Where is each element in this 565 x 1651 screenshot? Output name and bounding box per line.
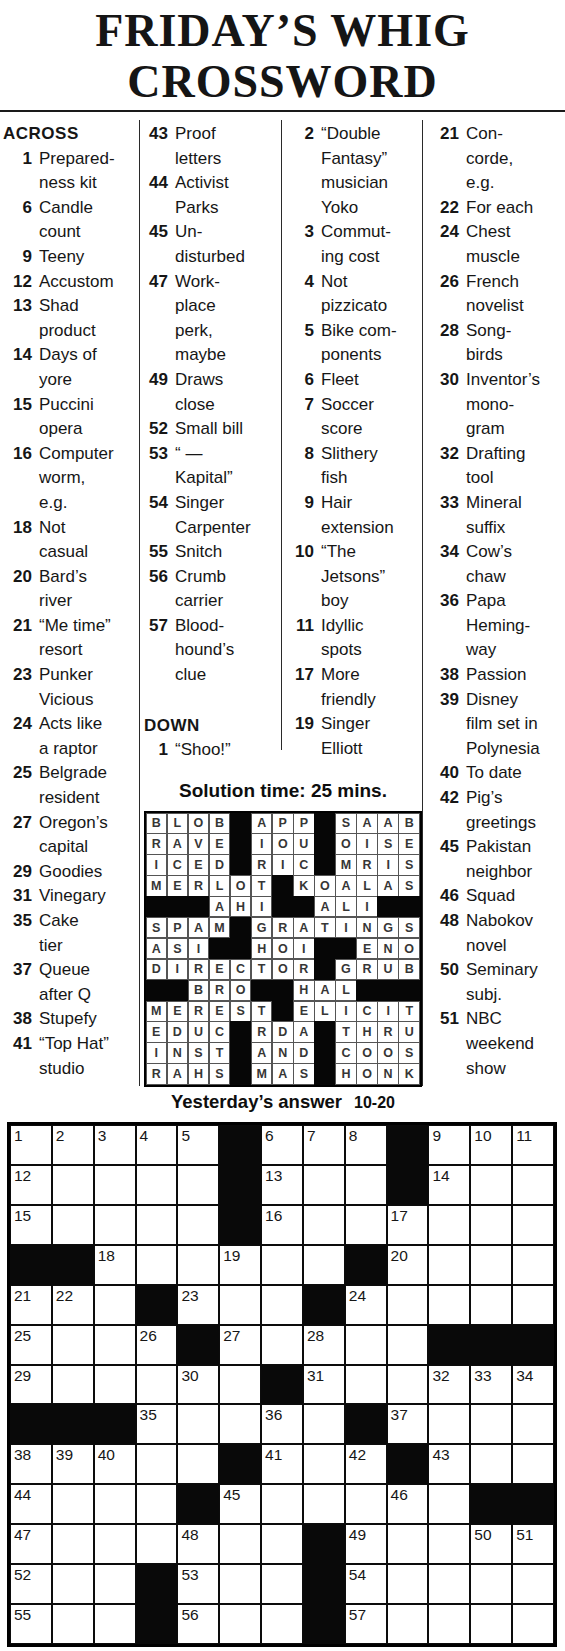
puzzle-cell-r12c2[interactable] [52, 1564, 94, 1604]
solution-cell: S [167, 938, 189, 959]
puzzle-cell-r2c2[interactable] [52, 1165, 94, 1205]
puzzle-cell-r7c10[interactable] [387, 1365, 429, 1405]
cell-number: 10 [474, 1126, 491, 1145]
cell-number: 16 [265, 1206, 282, 1225]
solution-cell-black [209, 938, 231, 959]
solution-cell: C [335, 1042, 357, 1063]
clue-26: 26Frenchnovelist [427, 270, 561, 319]
clue-57: 57Blood-hound’sclue [144, 614, 277, 688]
solution-cell: A [251, 1042, 273, 1063]
solution-cell-black [293, 896, 315, 917]
clue-50: 50Seminarysubj. [427, 958, 561, 1007]
solution-cell: E [188, 854, 210, 875]
solution-cell: O [314, 875, 336, 896]
solution-cell: A [167, 1063, 189, 1084]
cell-number: 12 [14, 1166, 31, 1185]
clue-text: Belgraderesident [39, 761, 137, 810]
clue-text: Accustom [39, 270, 137, 295]
clue-34: 34Cow’schaw [427, 540, 561, 589]
puzzle-cell-black [303, 1285, 345, 1325]
puzzle-cell-r6c4[interactable]: 26 [136, 1325, 178, 1365]
solution-cell-black [230, 854, 252, 875]
puzzle-cell-r5c11[interactable] [428, 1285, 470, 1325]
clue-text: Work-placeperk,maybe [175, 270, 277, 368]
clue-text: “Me time”resort [39, 614, 137, 663]
puzzle-cell-r6c1[interactable]: 25 [10, 1325, 52, 1365]
puzzle-cell-r2c11[interactable]: 14 [428, 1165, 470, 1205]
clue-text: Snitch [175, 540, 277, 565]
puzzle-cell-r7c5[interactable]: 30 [177, 1365, 219, 1405]
cell-number: 15 [14, 1206, 31, 1225]
puzzle-cell-r6c10[interactable] [387, 1325, 429, 1365]
solution-cell: H [335, 1063, 357, 1084]
puzzle-cell-r9c2[interactable]: 39 [52, 1444, 94, 1484]
puzzle-cell-r5c6[interactable] [219, 1285, 261, 1325]
clue-text: Hairextension [321, 491, 418, 540]
puzzle-cell-r2c13[interactable] [512, 1165, 554, 1205]
solution-cell: T [251, 959, 273, 980]
puzzle-cell-r12c5[interactable]: 53 [177, 1564, 219, 1604]
cell-number: 35 [140, 1405, 157, 1424]
puzzle-cell-r3c8[interactable] [303, 1205, 345, 1245]
puzzle-cell-r4c6[interactable]: 19 [219, 1245, 261, 1285]
solution-cell: N [356, 917, 378, 938]
solution-cell: I [251, 833, 273, 854]
puzzle-cell-r11c9[interactable]: 49 [345, 1524, 387, 1564]
puzzle-cell-r11c3[interactable] [94, 1524, 136, 1564]
puzzle-cell-r11c1[interactable]: 47 [10, 1524, 52, 1564]
solution-cell-black [230, 938, 252, 959]
puzzle-cell-r7c6[interactable] [219, 1365, 261, 1405]
puzzle-cell-r10c8[interactable] [303, 1484, 345, 1524]
solution-cell-black [230, 1021, 252, 1042]
solution-cell: T [251, 1001, 273, 1022]
solution-cell: H [356, 1021, 378, 1042]
clue-text: Prepared-ness kit [39, 147, 137, 196]
solution-cell: T [209, 1042, 231, 1063]
puzzle-cell-r10c3[interactable] [94, 1484, 136, 1524]
solution-cell: L [356, 875, 378, 896]
clue-36: 36PapaHeming-way [427, 589, 561, 663]
solution-cell: H [293, 980, 315, 1001]
solution-cell: O [272, 938, 294, 959]
puzzle-cell-r9c9[interactable]: 42 [345, 1444, 387, 1484]
solution-cell: E [209, 833, 231, 854]
solution-cell: M [209, 917, 231, 938]
clue-number: 6 [3, 196, 32, 245]
puzzle-cell-black [387, 1165, 429, 1205]
puzzle-cell-r8c10[interactable]: 37 [387, 1404, 429, 1444]
puzzle-cell-r8c13[interactable] [512, 1404, 554, 1444]
solution-date: 10-20 [354, 1094, 395, 1111]
solution-cell-black [230, 1042, 252, 1063]
puzzle-cell-r13c12[interactable] [470, 1604, 512, 1644]
puzzle-cell-r10c9[interactable] [345, 1484, 387, 1524]
puzzle-cell-r9c3[interactable]: 40 [94, 1444, 136, 1484]
puzzle-cell-r11c2[interactable] [52, 1524, 94, 1564]
puzzle-cell-r7c2[interactable] [52, 1365, 94, 1405]
solution-cell: I [251, 896, 273, 917]
puzzle-cell-r7c9[interactable] [345, 1365, 387, 1405]
solution-cell: S [398, 917, 420, 938]
puzzle-cell-r5c10[interactable] [387, 1285, 429, 1325]
puzzle-cell-r1c11[interactable]: 9 [428, 1125, 470, 1165]
solution-cell: G [335, 959, 357, 980]
puzzle-cell-r11c11[interactable] [428, 1524, 470, 1564]
solution-cell: I [167, 959, 189, 980]
puzzle-cell-r7c4[interactable] [136, 1365, 178, 1405]
solution-cell: G [377, 917, 399, 938]
puzzle-cell-black [428, 1325, 470, 1365]
puzzle-cell-r4c10[interactable]: 20 [387, 1245, 429, 1285]
clue-number: 15 [3, 393, 32, 442]
solution-cell: C [209, 1021, 231, 1042]
clue-number: 16 [3, 442, 32, 516]
solution-cell: A [335, 875, 357, 896]
clue-41: 41“Top Hat”studio [3, 1032, 137, 1081]
puzzle-cell-r12c12[interactable] [470, 1564, 512, 1604]
puzzle-cell-r1c7[interactable]: 6 [261, 1125, 303, 1165]
clue-number: 34 [427, 540, 459, 589]
puzzle-cell-r7c12[interactable]: 33 [470, 1365, 512, 1405]
puzzle-cell-r5c9[interactable]: 24 [345, 1285, 387, 1325]
clue-text: Inventor’smono-gram [466, 368, 561, 442]
solution-cell: T [335, 1021, 357, 1042]
puzzle-cell-black [136, 1285, 178, 1325]
puzzle-cell-black [387, 1125, 429, 1165]
solution-cell: E [146, 1021, 168, 1042]
cell-number: 26 [140, 1326, 157, 1345]
solution-cell-black [314, 813, 336, 834]
puzzle-cell-r9c7[interactable]: 41 [261, 1444, 303, 1484]
clue-30: 30Inventor’smono-gram [427, 368, 561, 442]
clue-text: SingerElliott [321, 712, 418, 761]
clue-number: 32 [427, 442, 459, 491]
solution-cell: O [356, 1063, 378, 1084]
puzzle-cell-r4c8[interactable] [303, 1245, 345, 1285]
clue-text: Bard’sriver [39, 565, 137, 614]
puzzle-cell-r1c9[interactable]: 8 [345, 1125, 387, 1165]
puzzle-cell-r3c1[interactable]: 15 [10, 1205, 52, 1245]
puzzle-cell-r1c8[interactable]: 7 [303, 1125, 345, 1165]
puzzle-cell-r4c11[interactable] [428, 1245, 470, 1285]
clue-text: For each [466, 196, 561, 221]
clue-number: 37 [3, 958, 32, 1007]
solution-cell: S [398, 854, 420, 875]
clue-text: Pakistanneighbor [466, 835, 561, 884]
puzzle-cell-r1c13[interactable]: 11 [512, 1125, 554, 1165]
puzzle-cell-r1c5[interactable]: 5 [177, 1125, 219, 1165]
puzzle-cell-r9c13[interactable] [512, 1444, 554, 1484]
solution-cell: O [230, 980, 252, 1001]
solution-cell: L [209, 875, 231, 896]
puzzle-cell-r7c1[interactable]: 29 [10, 1365, 52, 1405]
solution-cell: D [272, 1021, 294, 1042]
solution-cell: A [146, 938, 168, 959]
puzzle-cell-r12c11[interactable] [428, 1564, 470, 1604]
puzzle-cell-r10c6[interactable]: 45 [219, 1484, 261, 1524]
puzzle-cell-r10c4[interactable] [136, 1484, 178, 1524]
puzzle-cell-r13c9[interactable]: 57 [345, 1604, 387, 1644]
clue-text: Passion [466, 663, 561, 688]
puzzle-cell-r9c11[interactable]: 43 [428, 1444, 470, 1484]
cell-number: 38 [14, 1445, 31, 1464]
puzzle-cell-r8c12[interactable] [470, 1404, 512, 1444]
solution-cell: O [272, 833, 294, 854]
puzzle-cell-r12c10[interactable] [387, 1564, 429, 1604]
puzzle-cell-r10c10[interactable]: 46 [387, 1484, 429, 1524]
puzzle-cell-r2c8[interactable] [303, 1165, 345, 1205]
column-rule-1 [139, 120, 140, 1086]
puzzle-cell-r12c13[interactable] [512, 1564, 554, 1604]
puzzle-cell-r8c11[interactable] [428, 1404, 470, 1444]
cell-number: 46 [391, 1485, 408, 1504]
puzzle-cell-r1c12[interactable]: 10 [470, 1125, 512, 1165]
solution-cell: R [146, 1063, 168, 1084]
solution-cell: I [356, 896, 378, 917]
puzzle-cell-r5c5[interactable]: 23 [177, 1285, 219, 1325]
solution-cell: I [146, 854, 168, 875]
solution-cell-black [398, 896, 420, 917]
puzzle-cell-r3c13[interactable] [512, 1205, 554, 1245]
puzzle-cell-r13c3[interactable] [94, 1604, 136, 1644]
puzzle-cell-r8c6[interactable] [219, 1404, 261, 1444]
clue-number: 12 [3, 270, 32, 295]
clue-text: Seminarysubj. [466, 958, 561, 1007]
clue-text: SingerCarpenter [175, 491, 277, 540]
puzzle-cell-r2c7[interactable]: 13 [261, 1165, 303, 1205]
puzzle-cell-r1c4[interactable]: 4 [136, 1125, 178, 1165]
clue-number: 31 [3, 884, 32, 909]
clue-text: Candlecount [39, 196, 137, 245]
solution-cell: A [272, 1063, 294, 1084]
puzzle-cell-r1c2[interactable]: 2 [52, 1125, 94, 1165]
cell-number: 41 [265, 1445, 282, 1464]
puzzle-cell-r5c2[interactable]: 22 [52, 1285, 94, 1325]
solution-cell: C [293, 854, 315, 875]
puzzle-cell-black [136, 1564, 178, 1604]
puzzle-cell-r13c7[interactable] [261, 1604, 303, 1644]
puzzle-cell-r9c12[interactable] [470, 1444, 512, 1484]
puzzle-cell-r7c3[interactable] [94, 1365, 136, 1405]
clue-text: Notpizzicato [321, 270, 418, 319]
solution-cell: R [146, 833, 168, 854]
cell-number: 9 [432, 1126, 441, 1145]
clue-text: Bike com-ponents [321, 319, 418, 368]
puzzle-cell-black [219, 1444, 261, 1484]
puzzle-cell-r10c1[interactable]: 44 [10, 1484, 52, 1524]
puzzle-cell-r10c11[interactable] [428, 1484, 470, 1524]
column-rule-2 [281, 120, 282, 750]
puzzle-cell-r6c6[interactable]: 27 [219, 1325, 261, 1365]
puzzle-cell-r3c2[interactable] [52, 1205, 94, 1245]
clue-42: 42Pig’sgreetings [427, 786, 561, 835]
puzzle-cell-r5c7[interactable] [261, 1285, 303, 1325]
puzzle-cell-r3c7[interactable]: 16 [261, 1205, 303, 1245]
clue-13: 13Shadproduct [3, 294, 137, 343]
clue-32: 32Draftingtool [427, 442, 561, 491]
cell-number: 34 [516, 1366, 533, 1385]
solution-cell: P [293, 813, 315, 834]
clue-17: 17Morefriendly [286, 663, 418, 712]
solution-caption: Yesterday’s answer [171, 1091, 342, 1112]
puzzle-cell-r3c4[interactable] [136, 1205, 178, 1245]
puzzle-cell-r4c3[interactable]: 18 [94, 1245, 136, 1285]
clue-number: 7 [286, 393, 314, 442]
puzzle-cell-r6c2[interactable] [52, 1325, 94, 1365]
puzzle-cell-r4c12[interactable] [470, 1245, 512, 1285]
puzzle-cell-r7c11[interactable]: 32 [428, 1365, 470, 1405]
puzzle-cell-r2c5[interactable] [177, 1165, 219, 1205]
clue-number: 23 [3, 663, 32, 712]
puzzle-cell-r4c5[interactable] [177, 1245, 219, 1285]
clue-text: Proofletters [175, 122, 277, 171]
clue-number: 13 [3, 294, 32, 343]
puzzle-cell-r11c6[interactable] [219, 1524, 261, 1564]
solution-cell-black [272, 1001, 294, 1022]
puzzle-cell-r13c10[interactable] [387, 1604, 429, 1644]
solution-cell: O [230, 875, 252, 896]
puzzle-cell-r3c12[interactable] [470, 1205, 512, 1245]
solution-cell: E [167, 1001, 189, 1022]
puzzle-cell-r3c11[interactable] [428, 1205, 470, 1245]
solution-cell: K [293, 875, 315, 896]
clue-column-3: 2“DoubleFantasy”musicianYoko3Commut-ing … [286, 122, 418, 761]
puzzle-cell-r3c5[interactable] [177, 1205, 219, 1245]
clue-number: 45 [144, 220, 168, 269]
puzzle-cell-r11c12[interactable]: 50 [470, 1524, 512, 1564]
solution-cell: R [188, 875, 210, 896]
clue-number: 57 [144, 614, 168, 688]
solution-cell-black [251, 980, 273, 1001]
page-title: FRIDAY’S WHIG CROSSWORD [0, 5, 565, 107]
clue-29: 29Goodies [3, 860, 137, 885]
puzzle-cell-r8c4[interactable]: 35 [136, 1404, 178, 1444]
clue-text: Soccerscore [321, 393, 418, 442]
puzzle-cell-r8c5[interactable] [177, 1404, 219, 1444]
clue-23: 23PunkerVicious [3, 663, 137, 712]
solution-cell: A [293, 1021, 315, 1042]
cell-number: 56 [181, 1605, 198, 1624]
puzzle-cell-r1c1[interactable]: 1 [10, 1125, 52, 1165]
clue-number: 18 [3, 516, 32, 565]
puzzle-cell-r11c13[interactable]: 51 [512, 1524, 554, 1564]
puzzle-cell-r11c10[interactable] [387, 1524, 429, 1564]
clue-number: 14 [3, 343, 32, 392]
solution-cell: I [293, 938, 315, 959]
puzzle-cell-r4c4[interactable] [136, 1245, 178, 1285]
puzzle-cell-r6c8[interactable]: 28 [303, 1325, 345, 1365]
clue-number: 30 [427, 368, 459, 442]
puzzle-cell-r12c9[interactable]: 54 [345, 1564, 387, 1604]
puzzle-cell-r6c3[interactable] [94, 1325, 136, 1365]
clue-text: Small bill [175, 417, 277, 442]
puzzle-cell-r13c11[interactable] [428, 1604, 470, 1644]
puzzle-cell-r11c7[interactable] [261, 1524, 303, 1564]
solution-cell: N [377, 938, 399, 959]
solution-cell: R [272, 917, 294, 938]
puzzle-cell-r6c9[interactable] [345, 1325, 387, 1365]
puzzle-cell-r9c4[interactable] [136, 1444, 178, 1484]
puzzle-cell-r10c2[interactable] [52, 1484, 94, 1524]
puzzle-cell-r9c1[interactable]: 38 [10, 1444, 52, 1484]
puzzle-cell-r13c2[interactable] [52, 1604, 94, 1644]
clue-24: 24Acts likea raptor [3, 712, 137, 761]
clue-number: 56 [144, 565, 168, 614]
clue-6: 6Candlecount [3, 196, 137, 245]
puzzle-cell-r12c3[interactable] [94, 1564, 136, 1604]
puzzle-cell-r8c7[interactable]: 36 [261, 1404, 303, 1444]
puzzle-cell-r5c3[interactable] [94, 1285, 136, 1325]
puzzle-cell-r4c7[interactable] [261, 1245, 303, 1285]
puzzle-cell-r5c1[interactable]: 21 [10, 1285, 52, 1325]
cell-number: 47 [14, 1525, 31, 1544]
clue-text: Pig’sgreetings [466, 786, 561, 835]
puzzle-cell-r4c13[interactable] [512, 1245, 554, 1285]
puzzle-cell-r13c5[interactable]: 56 [177, 1604, 219, 1644]
solution-cell: C [167, 854, 189, 875]
solution-cell-black [230, 1063, 252, 1084]
clue-column-2: 43Proofletters44ActivistParks45Un-distur… [144, 122, 277, 763]
puzzle-cell-r12c7[interactable] [261, 1564, 303, 1604]
solution-cell: A [377, 875, 399, 896]
puzzle-cell-black [219, 1165, 261, 1205]
puzzle-cell-r2c3[interactable] [94, 1165, 136, 1205]
puzzle-cell-r12c1[interactable]: 52 [10, 1564, 52, 1604]
solution-cell: I [188, 938, 210, 959]
puzzle-cell-r10c7[interactable] [261, 1484, 303, 1524]
cell-number: 18 [98, 1246, 115, 1265]
clue-number: 33 [427, 491, 459, 540]
puzzle-cell-r2c9[interactable] [345, 1165, 387, 1205]
solution-cell: C [356, 1001, 378, 1022]
cell-number: 3 [98, 1126, 107, 1145]
puzzle-cell-r11c5[interactable]: 48 [177, 1524, 219, 1564]
puzzle-cell-r13c13[interactable] [512, 1604, 554, 1644]
puzzle-cell-r2c4[interactable] [136, 1165, 178, 1205]
puzzle-cell-r9c8[interactable] [303, 1444, 345, 1484]
puzzle-cell-r11c4[interactable] [136, 1524, 178, 1564]
clue-number: 46 [427, 884, 459, 909]
puzzle-cell-r3c9[interactable] [345, 1205, 387, 1245]
puzzle-cell-r2c1[interactable]: 12 [10, 1165, 52, 1205]
cell-number: 8 [349, 1126, 358, 1145]
cell-number: 48 [181, 1525, 198, 1544]
puzzle-cell-r2c12[interactable] [470, 1165, 512, 1205]
puzzle-cell-r7c8[interactable]: 31 [303, 1365, 345, 1405]
puzzle-cell-r13c6[interactable] [219, 1604, 261, 1644]
puzzle-cell-r3c3[interactable] [94, 1205, 136, 1245]
puzzle-cell-r8c8[interactable] [303, 1404, 345, 1444]
clue-text: Notcasual [39, 516, 137, 565]
puzzle-cell-r7c13[interactable]: 34 [512, 1365, 554, 1405]
clue-39: 39Disneyfilm set inPolynesia [427, 688, 561, 762]
puzzle-cell-r5c13[interactable] [512, 1285, 554, 1325]
puzzle-cell-r3c10[interactable]: 17 [387, 1205, 429, 1245]
puzzle-cell-black [10, 1404, 52, 1444]
puzzle-cell-r6c7[interactable] [261, 1325, 303, 1365]
puzzle-cell-r1c3[interactable]: 3 [94, 1125, 136, 1165]
solution-cell-black [167, 896, 189, 917]
puzzle-cell-r5c12[interactable] [470, 1285, 512, 1325]
puzzle-cell-r12c6[interactable] [219, 1564, 261, 1604]
clue-number: 43 [144, 122, 168, 171]
clue-text: PapaHeming-way [466, 589, 561, 663]
cell-number: 27 [223, 1326, 240, 1345]
puzzle-cell-r9c5[interactable] [177, 1444, 219, 1484]
clue-1: 1Prepared-ness kit [3, 147, 137, 196]
puzzle-cell-r13c1[interactable]: 55 [10, 1604, 52, 1644]
